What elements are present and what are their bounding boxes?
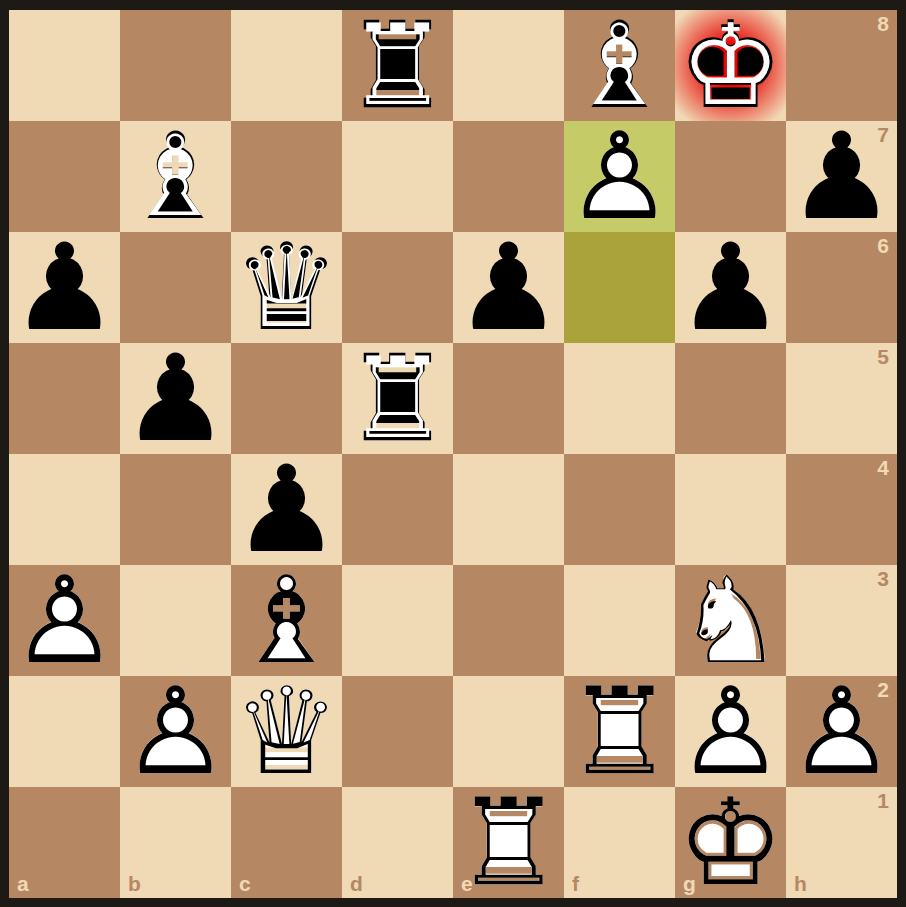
square-f7[interactable]: ♟♙ (564, 121, 675, 232)
black-pawn-glyph: ♟ (675, 232, 786, 343)
black-pawn-glyph: ♟ (9, 232, 120, 343)
square-h1[interactable]: 1h (786, 787, 897, 898)
black-queen-detail: ♕ (235, 236, 338, 339)
square-c1[interactable]: c (231, 787, 342, 898)
square-a1[interactable]: a (9, 787, 120, 898)
square-f4[interactable] (564, 454, 675, 565)
square-a6[interactable]: ♟ (9, 232, 120, 343)
square-b6[interactable] (120, 232, 231, 343)
black-rook[interactable]: ♜♖ (342, 343, 453, 454)
black-pawn[interactable]: ♟ (9, 232, 120, 343)
black-bishop-detail: ♗ (124, 125, 227, 228)
white-pawn-outline: ♙ (9, 565, 120, 676)
square-g6[interactable]: ♟ (675, 232, 786, 343)
white-pawn[interactable]: ♟♙ (120, 676, 231, 787)
white-bishop[interactable]: ♝♗ (231, 565, 342, 676)
black-bishop[interactable]: ♝♗ (564, 10, 675, 121)
square-b5[interactable]: ♟ (120, 343, 231, 454)
white-pawn[interactable]: ♟♙ (9, 565, 120, 676)
white-bishop-outline: ♗ (231, 565, 342, 676)
square-d3[interactable] (342, 565, 453, 676)
square-d4[interactable] (342, 454, 453, 565)
black-rook[interactable]: ♜♖ (342, 10, 453, 121)
black-pawn-glyph: ♟ (120, 343, 231, 454)
square-e1[interactable]: ♜♖e (453, 787, 564, 898)
white-knight-outline: ♘ (675, 565, 786, 676)
white-rook-outline: ♖ (564, 676, 675, 787)
square-a3[interactable]: ♟♙ (9, 565, 120, 676)
square-g2[interactable]: ♟♙ (675, 676, 786, 787)
black-pawn[interactable]: ♟ (453, 232, 564, 343)
square-h6[interactable]: 6 (786, 232, 897, 343)
square-e3[interactable] (453, 565, 564, 676)
white-king[interactable]: ♚♔ (675, 787, 786, 898)
square-e8[interactable] (453, 10, 564, 121)
square-g8[interactable]: ♚♔ (675, 10, 786, 121)
rank-label-8: 8 (877, 12, 889, 36)
square-d2[interactable] (342, 676, 453, 787)
square-d6[interactable] (342, 232, 453, 343)
square-e7[interactable] (453, 121, 564, 232)
square-f1[interactable]: f (564, 787, 675, 898)
black-pawn[interactable]: ♟ (786, 121, 897, 232)
square-a2[interactable] (9, 676, 120, 787)
black-king[interactable]: ♚♔ (675, 10, 786, 121)
black-pawn-glyph: ♟ (231, 454, 342, 565)
square-a8[interactable] (9, 10, 120, 121)
square-e2[interactable] (453, 676, 564, 787)
square-g5[interactable] (675, 343, 786, 454)
square-b8[interactable] (120, 10, 231, 121)
black-rook-detail: ♖ (346, 14, 449, 117)
square-e4[interactable] (453, 454, 564, 565)
black-bishop[interactable]: ♝♗ (120, 121, 231, 232)
white-king-outline: ♔ (675, 787, 786, 898)
square-h7[interactable]: ♟7 (786, 121, 897, 232)
square-d8[interactable]: ♜♖ (342, 10, 453, 121)
square-h5[interactable]: 5 (786, 343, 897, 454)
square-g3[interactable]: ♞♘ (675, 565, 786, 676)
black-pawn-glyph: ♟ (453, 232, 564, 343)
white-rook-outline: ♖ (453, 787, 564, 898)
white-pawn[interactable]: ♟♙ (564, 121, 675, 232)
square-b3[interactable] (120, 565, 231, 676)
square-d1[interactable]: d (342, 787, 453, 898)
square-b2[interactable]: ♟♙ (120, 676, 231, 787)
white-rook[interactable]: ♜♖ (564, 676, 675, 787)
white-pawn-outline: ♙ (564, 121, 675, 232)
file-label-a: a (17, 872, 29, 896)
square-f6[interactable] (564, 232, 675, 343)
square-b4[interactable] (120, 454, 231, 565)
square-d5[interactable]: ♜♖ (342, 343, 453, 454)
white-pawn[interactable]: ♟♙ (786, 676, 897, 787)
black-rook-detail: ♖ (346, 347, 449, 450)
rank-label-5: 5 (877, 345, 889, 369)
square-h2[interactable]: ♟♙2 (786, 676, 897, 787)
square-c8[interactable] (231, 10, 342, 121)
square-g4[interactable] (675, 454, 786, 565)
square-h3[interactable]: 3 (786, 565, 897, 676)
square-c4[interactable]: ♟ (231, 454, 342, 565)
file-label-f: f (572, 872, 579, 896)
white-pawn-outline: ♙ (120, 676, 231, 787)
square-f3[interactable] (564, 565, 675, 676)
white-pawn-outline: ♙ (786, 676, 897, 787)
square-c5[interactable] (231, 343, 342, 454)
square-b7[interactable]: ♝♗ (120, 121, 231, 232)
square-e6[interactable]: ♟ (453, 232, 564, 343)
square-c3[interactable]: ♝♗ (231, 565, 342, 676)
square-a7[interactable] (9, 121, 120, 232)
black-queen[interactable]: ♛♕ (231, 232, 342, 343)
square-d7[interactable] (342, 121, 453, 232)
square-a4[interactable] (9, 454, 120, 565)
square-f5[interactable] (564, 343, 675, 454)
white-rook[interactable]: ♜♖ (453, 787, 564, 898)
black-pawn[interactable]: ♟ (675, 232, 786, 343)
file-label-h: h (794, 872, 807, 896)
square-c6[interactable]: ♛♕ (231, 232, 342, 343)
white-queen-outline: ♕ (231, 676, 342, 787)
square-c7[interactable] (231, 121, 342, 232)
rank-label-4: 4 (877, 456, 889, 480)
file-label-c: c (239, 872, 251, 896)
white-pawn-outline: ♙ (675, 676, 786, 787)
black-pawn[interactable]: ♟ (231, 454, 342, 565)
square-b1[interactable]: b (120, 787, 231, 898)
square-g1[interactable]: ♚♔g (675, 787, 786, 898)
file-label-d: d (350, 872, 363, 896)
rank-label-6: 6 (877, 234, 889, 258)
square-h8[interactable]: 8 (786, 10, 897, 121)
square-g7[interactable] (675, 121, 786, 232)
white-knight[interactable]: ♞♘ (675, 565, 786, 676)
black-king-detail: ♔ (679, 14, 782, 117)
white-queen[interactable]: ♛♕ (231, 676, 342, 787)
square-h4[interactable]: 4 (786, 454, 897, 565)
square-a5[interactable] (9, 343, 120, 454)
square-e5[interactable] (453, 343, 564, 454)
black-pawn[interactable]: ♟ (120, 343, 231, 454)
square-f2[interactable]: ♜♖ (564, 676, 675, 787)
black-pawn-glyph: ♟ (786, 121, 897, 232)
square-c2[interactable]: ♛♕ (231, 676, 342, 787)
rank-label-3: 3 (877, 567, 889, 591)
white-pawn[interactable]: ♟♙ (675, 676, 786, 787)
square-f8[interactable]: ♝♗ (564, 10, 675, 121)
chess-board: ♜♖♝♗♚♔8♝♗♟♙♟7♟♛♕♟♟6♟♜♖5♟4♟♙♝♗♞♘3♟♙♛♕♜♖♟♙… (9, 10, 897, 898)
file-label-b: b (128, 872, 141, 896)
black-bishop-detail: ♗ (568, 14, 671, 117)
rank-label-1: 1 (877, 789, 889, 813)
